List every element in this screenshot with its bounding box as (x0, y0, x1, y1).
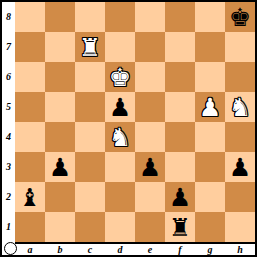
white-rook-c7[interactable]: ♜ (75, 32, 105, 62)
square-a6[interactable] (15, 62, 45, 92)
square-f1[interactable]: ♜ (165, 212, 195, 242)
file-label-h: h (225, 244, 255, 257)
square-g1[interactable] (195, 212, 225, 242)
square-d7[interactable] (105, 32, 135, 62)
file-label-a: a (15, 244, 45, 257)
square-f8[interactable] (165, 2, 195, 32)
square-d1[interactable] (105, 212, 135, 242)
white-knight-h5[interactable]: ♞ (225, 92, 255, 122)
black-pawn-b3[interactable]: ♟ (45, 152, 75, 182)
square-c7[interactable]: ♜ (75, 32, 105, 62)
file-label-e: e (135, 244, 165, 257)
square-e2[interactable] (135, 182, 165, 212)
black-pawn-e3[interactable]: ♟ (135, 152, 165, 182)
square-b4[interactable] (45, 122, 75, 152)
square-a4[interactable] (15, 122, 45, 152)
square-e1[interactable] (135, 212, 165, 242)
square-c8[interactable] (75, 2, 105, 32)
file-label-c: c (75, 244, 105, 257)
square-f7[interactable] (165, 32, 195, 62)
square-g8[interactable] (195, 2, 225, 32)
rank-label-1: 1 (2, 212, 15, 242)
square-a7[interactable] (15, 32, 45, 62)
square-e5[interactable] (135, 92, 165, 122)
square-b1[interactable] (45, 212, 75, 242)
square-b7[interactable] (45, 32, 75, 62)
square-e3[interactable]: ♟ (135, 152, 165, 182)
square-g5[interactable]: ♟ (195, 92, 225, 122)
chess-diagram: ♚♜♚♟♟♞♞♟♟♟♝♟♜ 87654321 abcdefgh (0, 0, 257, 257)
square-e8[interactable] (135, 2, 165, 32)
square-h5[interactable]: ♞ (225, 92, 255, 122)
square-d3[interactable] (105, 152, 135, 182)
square-a8[interactable] (15, 2, 45, 32)
rank-label-3: 3 (2, 152, 15, 182)
square-d8[interactable] (105, 2, 135, 32)
square-g6[interactable] (195, 62, 225, 92)
square-f4[interactable] (165, 122, 195, 152)
square-h8[interactable]: ♚ (225, 2, 255, 32)
square-e7[interactable] (135, 32, 165, 62)
square-g3[interactable] (195, 152, 225, 182)
board: ♚♜♚♟♟♞♞♟♟♟♝♟♜ (15, 2, 255, 244)
black-king-h8[interactable]: ♚ (225, 2, 255, 32)
square-f6[interactable] (165, 62, 195, 92)
square-f3[interactable] (165, 152, 195, 182)
square-a1[interactable] (15, 212, 45, 242)
rank-label-4: 4 (2, 122, 15, 152)
square-e4[interactable] (135, 122, 165, 152)
square-a2[interactable]: ♝ (15, 182, 45, 212)
black-pawn-d5[interactable]: ♟ (105, 92, 135, 122)
square-g7[interactable] (195, 32, 225, 62)
square-h4[interactable] (225, 122, 255, 152)
square-c6[interactable] (75, 62, 105, 92)
white-knight-d4[interactable]: ♞ (105, 122, 135, 152)
rank-label-8: 8 (2, 2, 15, 32)
rank-label-6: 6 (2, 62, 15, 92)
file-labels: abcdefgh (15, 244, 255, 257)
square-d2[interactable] (105, 182, 135, 212)
square-b6[interactable] (45, 62, 75, 92)
square-a3[interactable] (15, 152, 45, 182)
white-king-d6[interactable]: ♚ (105, 62, 135, 92)
square-h2[interactable] (225, 182, 255, 212)
square-c3[interactable] (75, 152, 105, 182)
rank-label-2: 2 (2, 182, 15, 212)
square-g4[interactable] (195, 122, 225, 152)
white-to-move-circle-icon (4, 242, 17, 255)
square-b5[interactable] (45, 92, 75, 122)
square-h1[interactable] (225, 212, 255, 242)
square-c5[interactable] (75, 92, 105, 122)
square-c4[interactable] (75, 122, 105, 152)
square-h6[interactable] (225, 62, 255, 92)
square-c1[interactable] (75, 212, 105, 242)
square-h7[interactable] (225, 32, 255, 62)
file-label-f: f (165, 244, 195, 257)
file-label-d: d (105, 244, 135, 257)
square-c2[interactable] (75, 182, 105, 212)
rank-label-5: 5 (2, 92, 15, 122)
square-f2[interactable]: ♟ (165, 182, 195, 212)
square-d5[interactable]: ♟ (105, 92, 135, 122)
rank-label-7: 7 (2, 32, 15, 62)
square-g2[interactable] (195, 182, 225, 212)
white-pawn-g5[interactable]: ♟ (195, 92, 225, 122)
black-rook-f1[interactable]: ♜ (165, 212, 195, 242)
file-label-b: b (45, 244, 75, 257)
file-label-g: g (195, 244, 225, 257)
square-f5[interactable] (165, 92, 195, 122)
black-pawn-h3[interactable]: ♟ (225, 152, 255, 182)
square-e6[interactable] (135, 62, 165, 92)
square-d6[interactable]: ♚ (105, 62, 135, 92)
square-h3[interactable]: ♟ (225, 152, 255, 182)
square-d4[interactable]: ♞ (105, 122, 135, 152)
rank-labels: 87654321 (2, 2, 15, 242)
square-b3[interactable]: ♟ (45, 152, 75, 182)
square-b2[interactable] (45, 182, 75, 212)
square-b8[interactable] (45, 2, 75, 32)
black-bishop-a2[interactable]: ♝ (15, 182, 45, 212)
square-a5[interactable] (15, 92, 45, 122)
black-pawn-f2[interactable]: ♟ (165, 182, 195, 212)
